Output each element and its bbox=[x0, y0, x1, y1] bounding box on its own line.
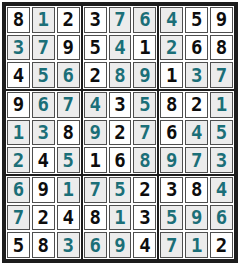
sudoku-cell-r7c7[interactable]: 3 bbox=[160, 177, 183, 203]
sudoku-cell-r2c5[interactable]: 4 bbox=[109, 35, 132, 61]
sudoku-cell-r4c6[interactable]: 5 bbox=[133, 92, 156, 118]
sudoku-cell-r8c2[interactable]: 2 bbox=[32, 205, 55, 231]
sudoku-cell-r3c2[interactable]: 5 bbox=[32, 62, 55, 88]
sudoku-cell-r8c4[interactable]: 8 bbox=[84, 205, 107, 231]
sudoku-box-r2c1: 967138245 bbox=[5, 90, 82, 175]
sudoku-cell-r4c9[interactable]: 1 bbox=[210, 92, 233, 118]
sudoku-cell-r1c8[interactable]: 5 bbox=[185, 7, 208, 33]
sudoku-cell-r8c8[interactable]: 9 bbox=[185, 205, 208, 231]
sudoku-cell-r4c2[interactable]: 6 bbox=[32, 92, 55, 118]
sudoku-cell-r2c4[interactable]: 5 bbox=[84, 35, 107, 61]
sudoku-cell-r6c5[interactable]: 6 bbox=[109, 147, 132, 173]
sudoku-cell-r6c1[interactable]: 2 bbox=[7, 147, 30, 173]
sudoku-cell-r1c5[interactable]: 7 bbox=[109, 7, 132, 33]
sudoku-cell-r6c7[interactable]: 9 bbox=[160, 147, 183, 173]
sudoku-cell-r9c3[interactable]: 3 bbox=[57, 232, 80, 258]
sudoku-cell-r2c9[interactable]: 8 bbox=[210, 35, 233, 61]
sudoku-cell-r6c9[interactable]: 3 bbox=[210, 147, 233, 173]
sudoku-cell-r4c8[interactable]: 2 bbox=[185, 92, 208, 118]
sudoku-cell-r8c6[interactable]: 3 bbox=[133, 205, 156, 231]
sudoku-cell-r6c2[interactable]: 4 bbox=[32, 147, 55, 173]
sudoku-cell-r5c3[interactable]: 8 bbox=[57, 120, 80, 146]
sudoku-box-r3c1: 691724583 bbox=[5, 175, 82, 260]
sudoku-box-r3c3: 384596712 bbox=[158, 175, 235, 260]
sudoku-cell-r5c7[interactable]: 6 bbox=[160, 120, 183, 146]
sudoku-cell-r7c6[interactable]: 2 bbox=[133, 177, 156, 203]
sudoku-cell-r4c5[interactable]: 3 bbox=[109, 92, 132, 118]
sudoku-cell-r9c4[interactable]: 6 bbox=[84, 232, 107, 258]
sudoku-cell-r3c3[interactable]: 6 bbox=[57, 62, 80, 88]
sudoku-cell-r9c7[interactable]: 7 bbox=[160, 232, 183, 258]
sudoku-cell-r1c3[interactable]: 2 bbox=[57, 7, 80, 33]
sudoku-cell-r8c5[interactable]: 1 bbox=[109, 205, 132, 231]
sudoku-cell-r3c9[interactable]: 7 bbox=[210, 62, 233, 88]
sudoku-cell-r1c1[interactable]: 8 bbox=[7, 7, 30, 33]
sudoku-cell-r3c4[interactable]: 2 bbox=[84, 62, 107, 88]
sudoku-cell-r7c8[interactable]: 8 bbox=[185, 177, 208, 203]
sudoku-cell-r3c8[interactable]: 3 bbox=[185, 62, 208, 88]
sudoku-cell-r2c1[interactable]: 3 bbox=[7, 35, 30, 61]
sudoku-cell-r1c4[interactable]: 3 bbox=[84, 7, 107, 33]
sudoku-box-r2c3: 821645973 bbox=[158, 90, 235, 175]
sudoku-cell-r8c3[interactable]: 4 bbox=[57, 205, 80, 231]
sudoku-cell-r1c6[interactable]: 6 bbox=[133, 7, 156, 33]
sudoku-cell-r2c2[interactable]: 7 bbox=[32, 35, 55, 61]
sudoku-cell-r1c7[interactable]: 4 bbox=[160, 7, 183, 33]
sudoku-cell-r5c6[interactable]: 7 bbox=[133, 120, 156, 146]
sudoku-cell-r9c8[interactable]: 1 bbox=[185, 232, 208, 258]
sudoku-cell-r9c5[interactable]: 9 bbox=[109, 232, 132, 258]
sudoku-board: 8123794563765412894592681379671382454359… bbox=[2, 2, 238, 263]
sudoku-cell-r8c1[interactable]: 7 bbox=[7, 205, 30, 231]
sudoku-cell-r5c8[interactable]: 4 bbox=[185, 120, 208, 146]
sudoku-box-r1c3: 459268137 bbox=[158, 5, 235, 90]
sudoku-cell-r6c8[interactable]: 7 bbox=[185, 147, 208, 173]
sudoku-cell-r6c6[interactable]: 8 bbox=[133, 147, 156, 173]
sudoku-cell-r9c1[interactable]: 5 bbox=[7, 232, 30, 258]
sudoku-cell-r2c8[interactable]: 6 bbox=[185, 35, 208, 61]
sudoku-cell-r8c7[interactable]: 5 bbox=[160, 205, 183, 231]
sudoku-cell-r9c2[interactable]: 8 bbox=[32, 232, 55, 258]
sudoku-cell-r6c3[interactable]: 5 bbox=[57, 147, 80, 173]
sudoku-cell-r5c4[interactable]: 9 bbox=[84, 120, 107, 146]
sudoku-cell-r8c9[interactable]: 6 bbox=[210, 205, 233, 231]
sudoku-box-r2c2: 435927168 bbox=[82, 90, 159, 175]
sudoku-cell-r7c4[interactable]: 7 bbox=[84, 177, 107, 203]
sudoku-cell-r5c2[interactable]: 3 bbox=[32, 120, 55, 146]
sudoku-cell-r2c3[interactable]: 9 bbox=[57, 35, 80, 61]
sudoku-cell-r1c9[interactable]: 9 bbox=[210, 7, 233, 33]
sudoku-cell-r7c1[interactable]: 6 bbox=[7, 177, 30, 203]
sudoku-cell-r3c6[interactable]: 9 bbox=[133, 62, 156, 88]
sudoku-cell-r7c9[interactable]: 4 bbox=[210, 177, 233, 203]
sudoku-cell-r2c6[interactable]: 1 bbox=[133, 35, 156, 61]
sudoku-cell-r7c3[interactable]: 1 bbox=[57, 177, 80, 203]
sudoku-box-r1c1: 812379456 bbox=[5, 5, 82, 90]
sudoku-cell-r9c6[interactable]: 4 bbox=[133, 232, 156, 258]
sudoku-box-r3c2: 752813694 bbox=[82, 175, 159, 260]
sudoku-cell-r9c9[interactable]: 2 bbox=[210, 232, 233, 258]
sudoku-cell-r5c9[interactable]: 5 bbox=[210, 120, 233, 146]
sudoku-cell-r4c7[interactable]: 8 bbox=[160, 92, 183, 118]
sudoku-cell-r5c1[interactable]: 1 bbox=[7, 120, 30, 146]
sudoku-cell-r5c5[interactable]: 2 bbox=[109, 120, 132, 146]
sudoku-cell-r4c1[interactable]: 9 bbox=[7, 92, 30, 118]
sudoku-box-r1c2: 376541289 bbox=[82, 5, 159, 90]
sudoku-cell-r7c5[interactable]: 5 bbox=[109, 177, 132, 203]
sudoku-cell-r1c2[interactable]: 1 bbox=[32, 7, 55, 33]
sudoku-cell-r4c3[interactable]: 7 bbox=[57, 92, 80, 118]
sudoku-cell-r4c4[interactable]: 4 bbox=[84, 92, 107, 118]
sudoku-cell-r3c5[interactable]: 8 bbox=[109, 62, 132, 88]
sudoku-cell-r3c1[interactable]: 4 bbox=[7, 62, 30, 88]
sudoku-cell-r3c7[interactable]: 1 bbox=[160, 62, 183, 88]
sudoku-cell-r7c2[interactable]: 9 bbox=[32, 177, 55, 203]
sudoku-cell-r2c7[interactable]: 2 bbox=[160, 35, 183, 61]
sudoku-cell-r6c4[interactable]: 1 bbox=[84, 147, 107, 173]
